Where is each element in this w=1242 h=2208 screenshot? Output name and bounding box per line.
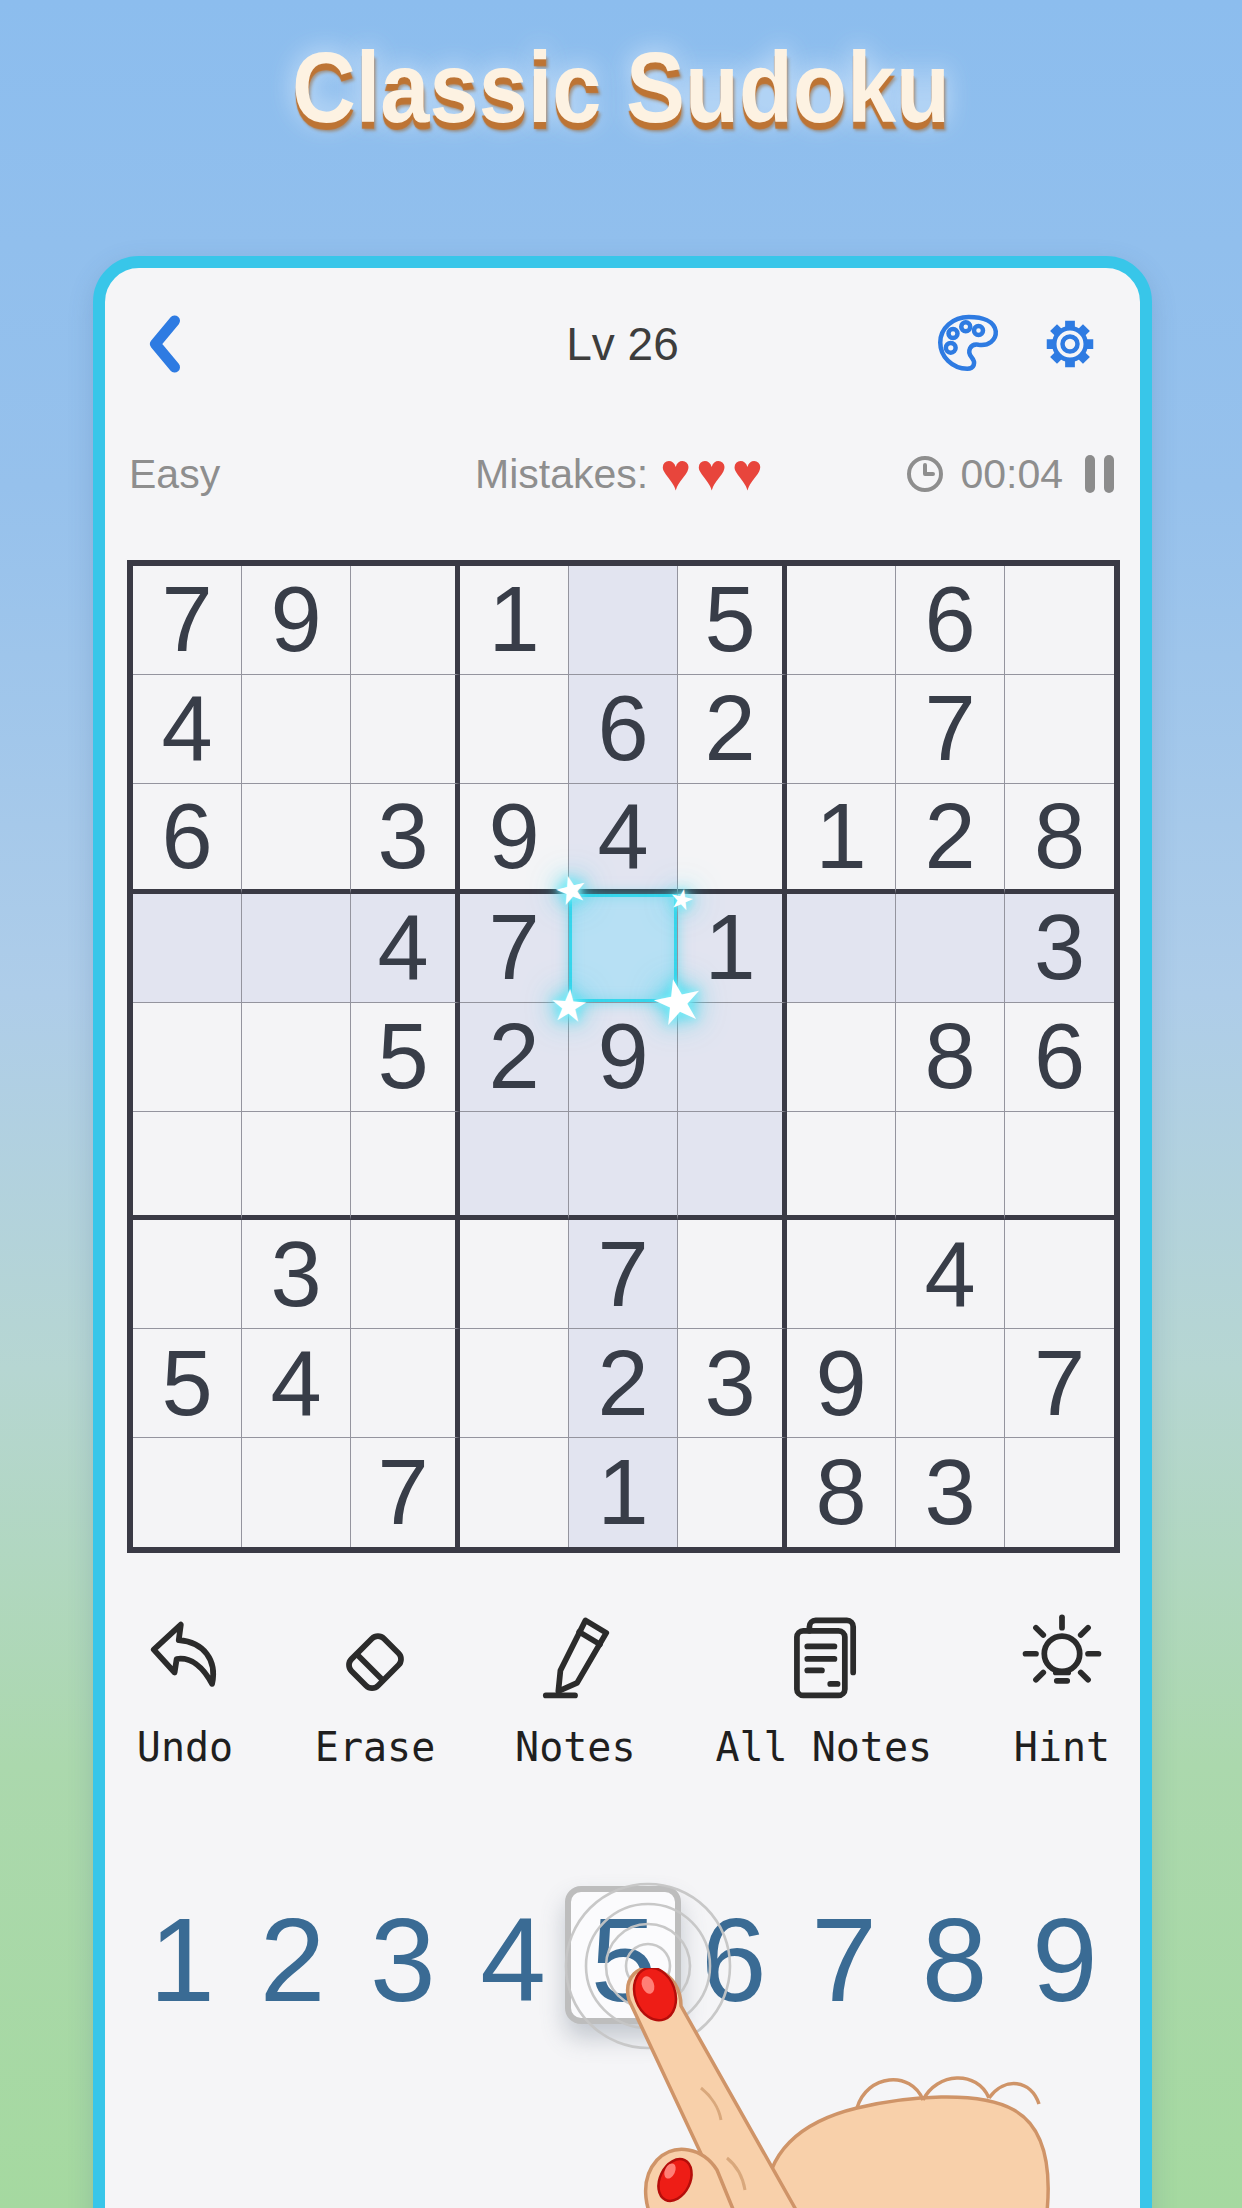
hint-bulb-icon xyxy=(1012,1610,1112,1710)
cell-r6c2[interactable] xyxy=(242,1112,351,1221)
sparkle-star-icon: ★ xyxy=(548,983,590,1030)
toolbar: UndoEraseNotesAll NotesHint xyxy=(127,1610,1120,1770)
cell-r8c3[interactable] xyxy=(351,1329,460,1438)
cell-r6c1[interactable] xyxy=(133,1112,242,1221)
numpad-digit: 1 xyxy=(127,1884,237,2036)
cell-r2c7[interactable] xyxy=(787,675,896,784)
pause-button[interactable] xyxy=(1085,455,1114,493)
difficulty-label: Easy xyxy=(129,451,475,498)
cell-r5c1[interactable] xyxy=(133,1003,242,1112)
cell-r2c8[interactable]: 7 xyxy=(896,675,1005,784)
cell-r7c3[interactable] xyxy=(351,1220,460,1329)
tool-label: Erase xyxy=(315,1724,435,1770)
tool-notes[interactable]: Notes xyxy=(515,1610,635,1770)
cell-r3c3[interactable]: 3 xyxy=(351,784,460,894)
cell-r1c3[interactable] xyxy=(351,566,460,675)
cell-r7c7[interactable] xyxy=(787,1220,896,1329)
cell-r6c9[interactable] xyxy=(1005,1112,1114,1221)
cell-r6c7[interactable] xyxy=(787,1112,896,1221)
status-bar: Easy Mistakes: ♥♥♥ 00:04 xyxy=(105,442,1140,506)
cell-r3c7[interactable]: 1 xyxy=(787,784,896,894)
page-title: Classic Sudoku xyxy=(0,34,1242,142)
sudoku-board: ★ ★ ★ ★ 79156462763941284713529863745423… xyxy=(127,560,1120,1553)
cell-r8c9[interactable]: 7 xyxy=(1005,1329,1114,1438)
cell-r4c8[interactable] xyxy=(896,894,1005,1003)
cell-r9c8[interactable]: 3 xyxy=(896,1438,1005,1547)
cell-r8c8[interactable] xyxy=(896,1329,1005,1438)
mistakes-label: Mistakes: xyxy=(475,451,648,498)
cell-r2c2[interactable] xyxy=(242,675,351,784)
cell-r3c6[interactable] xyxy=(678,784,787,894)
tool-label: Undo xyxy=(137,1724,233,1770)
cell-r6c8[interactable] xyxy=(896,1112,1005,1221)
timer-value: 00:04 xyxy=(960,451,1063,498)
numpad-digit: 3 xyxy=(348,1884,458,2036)
cell-r2c3[interactable] xyxy=(351,675,460,784)
cell-r9c9[interactable] xyxy=(1005,1438,1114,1547)
cell-r6c4[interactable] xyxy=(460,1112,569,1221)
cell-r1c7[interactable] xyxy=(787,566,896,675)
timer-group: 00:04 xyxy=(768,451,1114,498)
eraser-icon xyxy=(325,1610,425,1710)
cell-r5c8[interactable]: 8 xyxy=(896,1003,1005,1112)
cell-r7c6[interactable] xyxy=(678,1220,787,1329)
cell-r8c7[interactable]: 9 xyxy=(787,1329,896,1438)
cell-r6c6[interactable] xyxy=(678,1112,787,1221)
cell-r2c4[interactable] xyxy=(460,675,569,784)
cell-r9c2[interactable] xyxy=(242,1438,351,1547)
cell-r8c5[interactable]: 2 xyxy=(569,1329,678,1438)
cell-r2c6[interactable]: 2 xyxy=(678,675,787,784)
tool-label: Notes xyxy=(515,1724,635,1770)
all-notes-icon xyxy=(774,1610,874,1710)
cell-r8c6[interactable]: 3 xyxy=(678,1329,787,1438)
cell-r9c7[interactable]: 8 xyxy=(787,1438,896,1547)
tool-undo[interactable]: Undo xyxy=(135,1610,235,1770)
numpad-key-3[interactable]: 3 xyxy=(348,1884,458,2036)
cell-r7c1[interactable] xyxy=(133,1220,242,1329)
tool-label: All Notes xyxy=(715,1724,932,1770)
numpad-digit: 2 xyxy=(237,1884,347,2036)
cell-r9c4[interactable] xyxy=(460,1438,569,1547)
cell-r4c7[interactable] xyxy=(787,894,896,1003)
cell-r6c3[interactable] xyxy=(351,1112,460,1221)
cell-r1c9[interactable] xyxy=(1005,566,1114,675)
cell-r4c1[interactable] xyxy=(133,894,242,1003)
numpad-key-1[interactable]: 1 xyxy=(127,1884,237,2036)
cell-r3c2[interactable] xyxy=(242,784,351,894)
cell-r5c2[interactable] xyxy=(242,1003,351,1112)
cell-r8c1[interactable]: 5 xyxy=(133,1329,242,1438)
pencil-icon xyxy=(525,1610,625,1710)
cell-r4c3[interactable]: 4 xyxy=(351,894,460,1003)
cell-r4c2[interactable] xyxy=(242,894,351,1003)
app-screen: Classic Sudoku Lv 26 xyxy=(0,0,1242,2208)
cell-r1c2[interactable]: 9 xyxy=(242,566,351,675)
cell-r1c6[interactable]: 5 xyxy=(678,566,787,675)
cell-r7c9[interactable] xyxy=(1005,1220,1114,1329)
cell-r1c5[interactable] xyxy=(569,566,678,675)
cell-r8c2[interactable]: 4 xyxy=(242,1329,351,1438)
cell-r1c4[interactable]: 1 xyxy=(460,566,569,675)
cell-r7c4[interactable] xyxy=(460,1220,569,1329)
cell-r2c1[interactable]: 4 xyxy=(133,675,242,784)
cell-r1c8[interactable]: 6 xyxy=(896,566,1005,675)
numpad-key-2[interactable]: 2 xyxy=(237,1884,347,2036)
hearts: ♥♥♥ xyxy=(660,452,768,492)
cell-r4c9[interactable]: 3 xyxy=(1005,894,1114,1003)
cell-r1c1[interactable]: 7 xyxy=(133,566,242,675)
cell-r7c8[interactable]: 4 xyxy=(896,1220,1005,1329)
cell-r9c6[interactable] xyxy=(678,1438,787,1547)
tool-label: Hint xyxy=(1014,1724,1110,1770)
cell-r2c5[interactable]: 6 xyxy=(569,675,678,784)
cell-r9c3[interactable]: 7 xyxy=(351,1438,460,1547)
pointing-hand xyxy=(505,1968,1145,2208)
cell-r5c9[interactable]: 6 xyxy=(1005,1003,1114,1112)
tool-all-notes[interactable]: All Notes xyxy=(715,1610,932,1770)
tool-erase[interactable]: Erase xyxy=(315,1610,435,1770)
tool-hint[interactable]: Hint xyxy=(1012,1610,1112,1770)
cell-r9c1[interactable] xyxy=(133,1438,242,1547)
cell-r3c9[interactable]: 8 xyxy=(1005,784,1114,894)
cell-r9c5[interactable]: 1 xyxy=(569,1438,678,1547)
cell-r3c1[interactable]: 6 xyxy=(133,784,242,894)
header-bar: Lv 26 xyxy=(105,296,1140,392)
cell-r3c8[interactable]: 2 xyxy=(896,784,1005,894)
cell-r5c7[interactable] xyxy=(787,1003,896,1112)
game-card: Lv 26 xyxy=(93,256,1152,2208)
cell-r7c5[interactable]: 7 xyxy=(569,1220,678,1329)
level-title: Lv 26 xyxy=(105,296,1140,392)
cell-r8c4[interactable] xyxy=(460,1329,569,1438)
cell-r5c3[interactable]: 5 xyxy=(351,1003,460,1112)
cell-r7c2[interactable]: 3 xyxy=(242,1220,351,1329)
cell-r2c9[interactable] xyxy=(1005,675,1114,784)
mistakes-group: Mistakes: ♥♥♥ xyxy=(475,451,768,498)
undo-icon xyxy=(135,1610,235,1710)
clock-icon xyxy=(904,453,946,495)
cell-r6c5[interactable] xyxy=(569,1112,678,1221)
